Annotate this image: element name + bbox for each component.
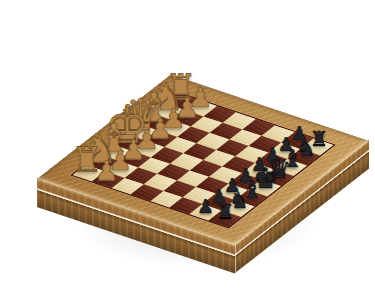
- piece-black-rook-h8[interactable]: ♜: [216, 202, 235, 223]
- piece-black-pawn-h7[interactable]: ♟: [197, 197, 214, 216]
- chess-set-photo: ♜♞♝♛♚♝♞♜♟♟♟♟♟♟♟♟♟♟♟♟♟♟♟♟♜♞♝♛♚♝♞♜: [0, 0, 375, 300]
- pieces-layer: ♜♞♝♛♚♝♞♜♟♟♟♟♟♟♟♟♟♟♟♟♟♟♟♟♜♞♝♛♚♝♞♜: [0, 0, 375, 300]
- piece-white-pawn-h2[interactable]: ♟: [94, 157, 118, 184]
